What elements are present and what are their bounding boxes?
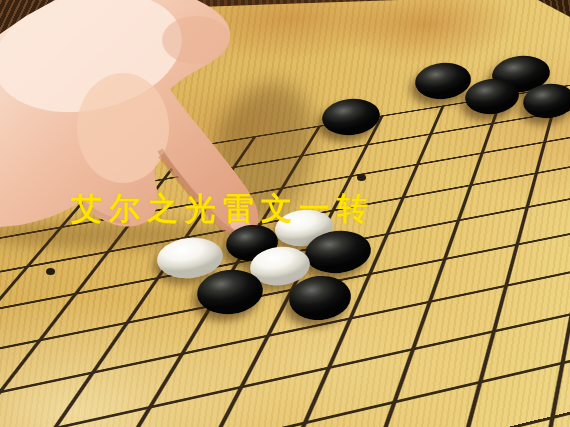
photo-scene: 艾尔之光雷文一转 bbox=[0, 0, 570, 427]
knuckle-shading bbox=[162, 16, 230, 64]
caption-text: 艾尔之光雷文一转 bbox=[71, 192, 375, 225]
star-point bbox=[357, 174, 366, 181]
star-point bbox=[46, 268, 55, 275]
thumb bbox=[77, 73, 169, 183]
